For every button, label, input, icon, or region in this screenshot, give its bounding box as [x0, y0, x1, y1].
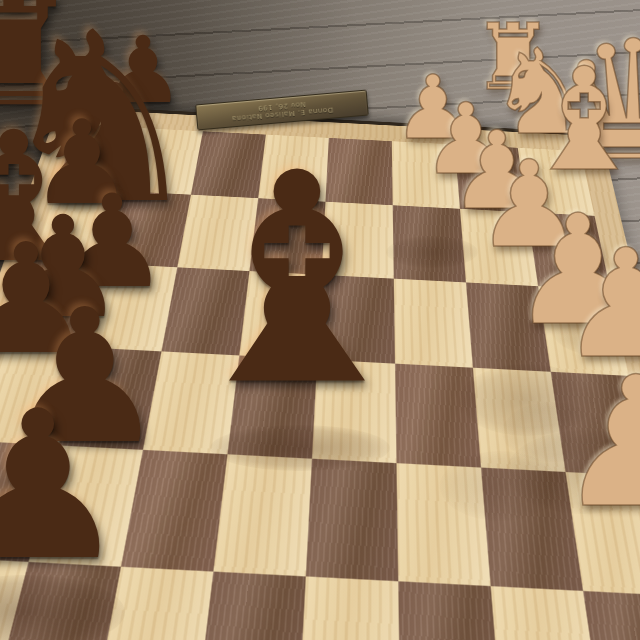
square-r1c8: [518, 148, 595, 216]
square-r3c8: [538, 286, 628, 376]
square-r1c6: [392, 141, 460, 209]
square-r4c5: [312, 360, 397, 464]
square-r4c6: [395, 364, 481, 468]
square-r4c8: [551, 372, 640, 477]
square-r2c8: [527, 212, 610, 290]
chess-board: [0, 108, 640, 640]
square-r3c7: [466, 282, 551, 371]
black-pawn: ♟: [102, 25, 184, 117]
square-r1c5: [325, 138, 392, 205]
square-r2c6: [393, 205, 466, 282]
square-r3c3: [161, 267, 249, 355]
square-r5c5: [306, 459, 398, 582]
square-r2c7: [460, 209, 538, 286]
square-r1c3: [191, 131, 266, 198]
board-tilt-wrapper: [18, 108, 601, 640]
square-r3c4: [239, 271, 321, 359]
square-r1c4: [258, 135, 329, 202]
square-r2c4: [249, 198, 325, 275]
square-r2c3: [177, 195, 258, 271]
square-r6c8: [583, 591, 640, 640]
square-r5c4: [213, 454, 312, 576]
square-r6c4: [196, 572, 305, 640]
square-r4c3: [143, 351, 239, 454]
square-r6c5: [298, 576, 400, 640]
square-r1c7: [455, 145, 527, 213]
white-rook: ♜: [472, 12, 554, 104]
square-r3c5: [317, 275, 395, 364]
chess-photo-scene: Donna E. Maliseo Nationa Nov 26, 199 ♜♞♟…: [0, 0, 640, 640]
square-r2c5: [322, 202, 394, 279]
board-grid: [0, 125, 640, 640]
square-r4c4: [227, 355, 317, 458]
square-r6c6: [398, 581, 502, 640]
square-r5c6: [397, 463, 491, 586]
square-r3c6: [394, 279, 473, 368]
